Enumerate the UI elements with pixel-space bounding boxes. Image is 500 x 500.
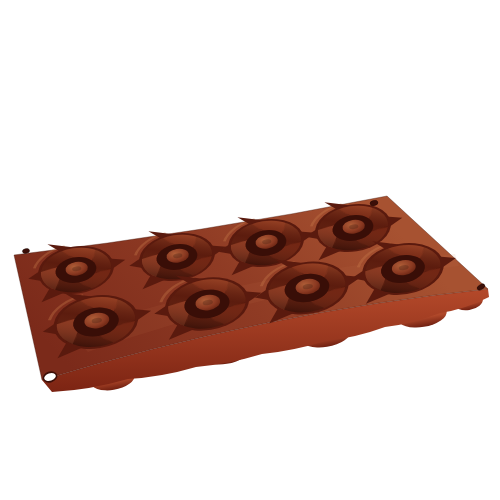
photo-canvas: 8-cavity swirl bundt silicone baking mol… — [0, 0, 500, 500]
bundt-mold-photo: 8-cavity swirl bundt silicone baking mol… — [0, 0, 500, 500]
